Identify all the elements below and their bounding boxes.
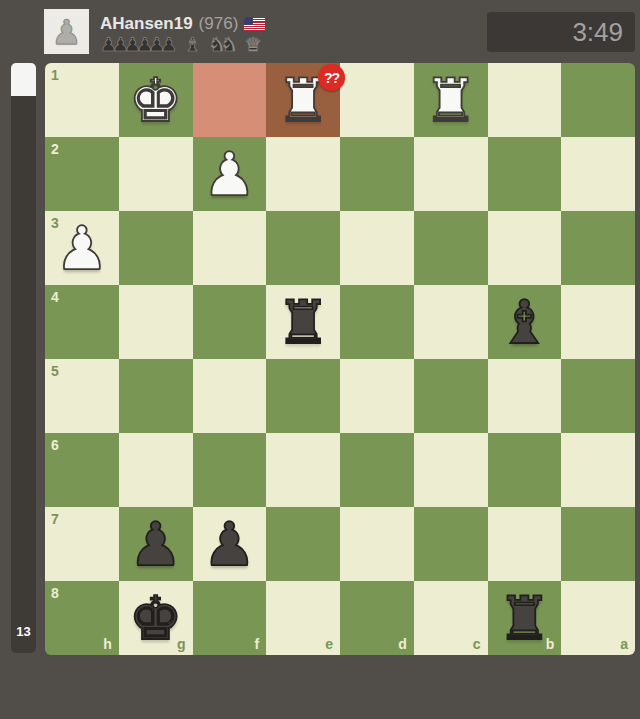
- square-a4[interactable]: [561, 285, 635, 359]
- captured-piece-icon: ♝: [184, 35, 201, 54]
- white-pawn-f2[interactable]: ♟: [193, 137, 267, 211]
- square-f8[interactable]: f: [193, 581, 267, 655]
- top-player-bar: ♟ AHansen19 (976) ♟♟♟♟♟♟♝♞♞♛ 3:49: [0, 0, 640, 63]
- square-h8[interactable]: 8h: [45, 581, 119, 655]
- square-f3[interactable]: [193, 211, 267, 285]
- square-a8[interactable]: a: [561, 581, 635, 655]
- file-label-c: c: [473, 636, 481, 652]
- black-bishop-b4[interactable]: ♝: [488, 285, 562, 359]
- square-a1[interactable]: [561, 63, 635, 137]
- black-rook-b8[interactable]: ♜: [488, 581, 562, 655]
- square-e6[interactable]: [266, 433, 340, 507]
- square-b6[interactable]: [488, 433, 562, 507]
- square-e7[interactable]: [266, 507, 340, 581]
- square-b3[interactable]: [488, 211, 562, 285]
- square-c6[interactable]: [414, 433, 488, 507]
- top-captured-pieces: ♟♟♟♟♟♟♝♞♞♛: [100, 34, 261, 54]
- square-h7[interactable]: 7: [45, 507, 119, 581]
- square-e3[interactable]: [266, 211, 340, 285]
- square-g6[interactable]: [119, 433, 193, 507]
- square-h6[interactable]: 6: [45, 433, 119, 507]
- top-player-name-row[interactable]: AHansen19 (976): [100, 14, 265, 34]
- captured-black-group: ♛: [244, 35, 261, 54]
- square-a6[interactable]: [561, 433, 635, 507]
- square-d3[interactable]: [340, 211, 414, 285]
- rank-label-5: 5: [51, 363, 59, 379]
- square-g5[interactable]: [119, 359, 193, 433]
- rank-label-2: 2: [51, 141, 59, 157]
- square-b4[interactable]: ♝: [488, 285, 562, 359]
- captured-black-group: ♝: [184, 35, 201, 54]
- square-c8[interactable]: c: [414, 581, 488, 655]
- square-c2[interactable]: [414, 137, 488, 211]
- square-b1[interactable]: [488, 63, 562, 137]
- square-c1[interactable]: ♜: [414, 63, 488, 137]
- square-e2[interactable]: [266, 137, 340, 211]
- white-rook-c1[interactable]: ♜: [414, 63, 488, 137]
- square-e5[interactable]: [266, 359, 340, 433]
- square-d6[interactable]: [340, 433, 414, 507]
- square-e4[interactable]: ♜: [266, 285, 340, 359]
- top-player-rating: (976): [199, 14, 239, 34]
- evaluation-advantage-label: 13: [11, 624, 36, 639]
- black-pawn-g7[interactable]: ♟: [119, 507, 193, 581]
- top-player-clock: 3:49: [487, 12, 635, 52]
- square-a5[interactable]: [561, 359, 635, 433]
- file-label-d: d: [398, 636, 407, 652]
- captured-black-group: ♟♟♟♟♟♟: [100, 35, 177, 54]
- square-d8[interactable]: d: [340, 581, 414, 655]
- square-f7[interactable]: ♟: [193, 507, 267, 581]
- square-g8[interactable]: g♚: [119, 581, 193, 655]
- captured-piece-icon: ♞: [220, 35, 237, 54]
- square-c4[interactable]: [414, 285, 488, 359]
- square-b2[interactable]: [488, 137, 562, 211]
- rank-label-7: 7: [51, 511, 59, 527]
- evaluation-bar-white-portion: [11, 63, 36, 96]
- square-f4[interactable]: [193, 285, 267, 359]
- square-a2[interactable]: [561, 137, 635, 211]
- square-g2[interactable]: [119, 137, 193, 211]
- square-d4[interactable]: [340, 285, 414, 359]
- rank-label-6: 6: [51, 437, 59, 453]
- square-h5[interactable]: 5: [45, 359, 119, 433]
- file-label-a: a: [620, 636, 628, 652]
- black-king-g8[interactable]: ♚: [119, 581, 193, 655]
- chess-board: 1♚♜♜2♟3♟4♜♝567♟♟8hg♚fedcb♜a??: [45, 63, 635, 655]
- square-g3[interactable]: [119, 211, 193, 285]
- rank-label-8: 8: [51, 585, 59, 601]
- square-b5[interactable]: [488, 359, 562, 433]
- square-d2[interactable]: [340, 137, 414, 211]
- square-b7[interactable]: [488, 507, 562, 581]
- rank-label-4: 4: [51, 289, 59, 305]
- rank-label-1: 1: [51, 67, 59, 83]
- bottom-player-bar: satriotomo (994) ♟♟♟♟♟♟♝♝♞♞♛+3 5:03: [0, 655, 640, 719]
- square-g7[interactable]: ♟: [119, 507, 193, 581]
- white-king-g1[interactable]: ♚: [119, 63, 193, 137]
- square-d5[interactable]: [340, 359, 414, 433]
- square-c3[interactable]: [414, 211, 488, 285]
- square-h2[interactable]: 2: [45, 137, 119, 211]
- evaluation-bar: 13: [11, 63, 36, 653]
- captured-black-group: ♞♞: [208, 35, 237, 54]
- file-label-e: e: [325, 636, 333, 652]
- square-h1[interactable]: 1: [45, 63, 119, 137]
- square-g4[interactable]: [119, 285, 193, 359]
- square-d1[interactable]: [340, 63, 414, 137]
- top-clock-time: 3:49: [572, 17, 623, 48]
- blunder-annotation-badge: ??: [318, 64, 345, 91]
- white-pawn-avatar-icon: ♟: [44, 9, 89, 54]
- file-label-h: h: [103, 636, 112, 652]
- top-player-username: AHansen19: [100, 14, 193, 34]
- square-f2[interactable]: ♟: [193, 137, 267, 211]
- square-f5[interactable]: [193, 359, 267, 433]
- captured-piece-icon: ♛: [244, 35, 261, 54]
- white-pawn-h3[interactable]: ♟: [45, 211, 119, 285]
- black-rook-e4[interactable]: ♜: [266, 285, 340, 359]
- black-pawn-f7[interactable]: ♟: [193, 507, 267, 581]
- file-label-f: f: [255, 636, 260, 652]
- square-c7[interactable]: [414, 507, 488, 581]
- square-d7[interactable]: [340, 507, 414, 581]
- square-f6[interactable]: [193, 433, 267, 507]
- square-g1[interactable]: ♚: [119, 63, 193, 137]
- us-flag-icon: [244, 17, 265, 31]
- top-player-avatar[interactable]: ♟: [44, 9, 89, 54]
- square-a7[interactable]: [561, 507, 635, 581]
- square-h4[interactable]: 4: [45, 285, 119, 359]
- captured-piece-icon: ♟: [160, 35, 177, 54]
- square-c5[interactable]: [414, 359, 488, 433]
- square-f1[interactable]: [193, 63, 267, 137]
- square-a3[interactable]: [561, 211, 635, 285]
- square-h3[interactable]: 3♟: [45, 211, 119, 285]
- square-b8[interactable]: b♜: [488, 581, 562, 655]
- square-e8[interactable]: e: [266, 581, 340, 655]
